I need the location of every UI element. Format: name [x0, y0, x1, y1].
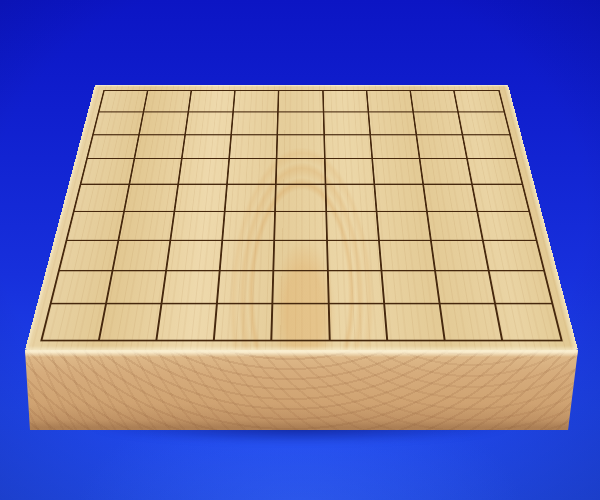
- board-cell: [327, 212, 380, 241]
- board-cell: [455, 91, 504, 113]
- board-cell: [88, 135, 140, 159]
- board-cell: [436, 272, 496, 305]
- board-cell: [221, 241, 276, 272]
- board-cell: [189, 91, 236, 113]
- board-cell: [130, 159, 182, 185]
- board-cell: [440, 305, 502, 340]
- board-cell: [179, 159, 230, 185]
- board-cell: [228, 159, 278, 185]
- board-cell: [275, 241, 329, 272]
- board-cell: [135, 135, 186, 159]
- board-cell: [323, 91, 369, 113]
- board-cell: [411, 91, 459, 113]
- board-cell: [144, 91, 192, 113]
- board-cell: [490, 272, 552, 305]
- board-cell: [226, 185, 277, 212]
- board-cell: [43, 305, 107, 340]
- board-cell: [367, 91, 414, 113]
- board-cell: [428, 212, 484, 241]
- board-cell: [279, 91, 324, 113]
- board-cell: [81, 159, 135, 185]
- board-cell: [158, 305, 218, 340]
- board-cell: [375, 185, 428, 212]
- board-cell: [277, 159, 326, 185]
- board-cell: [125, 185, 179, 212]
- board-cell: [274, 272, 330, 305]
- studio-backdrop: [0, 0, 600, 500]
- board-cell: [325, 135, 373, 159]
- board-grid: [40, 90, 563, 342]
- board-cell: [484, 241, 544, 272]
- board-cell: [60, 241, 120, 272]
- board-cell: [230, 135, 278, 159]
- board-cell: [496, 305, 560, 340]
- board-cell: [380, 241, 436, 272]
- board-cell: [273, 305, 331, 340]
- board-cell: [215, 305, 274, 340]
- board-cell: [94, 112, 145, 135]
- board-cell: [186, 112, 234, 135]
- board-cell: [175, 185, 228, 212]
- board-cell: [51, 272, 113, 305]
- board-cell: [275, 212, 327, 241]
- board-cell: [167, 241, 223, 272]
- board-cell: [276, 185, 326, 212]
- board-cell: [424, 185, 478, 212]
- board-cell: [163, 272, 221, 305]
- board-cell: [278, 112, 324, 135]
- board-cell: [223, 212, 276, 241]
- board-cell: [371, 135, 421, 159]
- board-cell: [140, 112, 189, 135]
- board-cell: [183, 135, 233, 159]
- board-cell: [278, 135, 326, 159]
- board-cell: [326, 185, 377, 212]
- board-cell: [373, 159, 424, 185]
- board-cell: [324, 112, 371, 135]
- board-cell: [377, 212, 431, 241]
- board-cell: [385, 305, 445, 340]
- board-cell: [459, 112, 510, 135]
- board-cell: [468, 159, 522, 185]
- board-cell: [382, 272, 440, 305]
- board-cell: [329, 305, 388, 340]
- board-top-surface: [25, 85, 578, 350]
- board-cell: [478, 212, 536, 241]
- board-cell: [420, 159, 472, 185]
- board-cell: [473, 185, 529, 212]
- board-front-face: [0, 350, 600, 430]
- board-cell: [119, 212, 175, 241]
- board-cell: [113, 241, 171, 272]
- board-cell: [414, 112, 463, 135]
- board-cell: [232, 112, 279, 135]
- board-cell: [417, 135, 468, 159]
- board-cell: [325, 159, 375, 185]
- board-cell: [74, 185, 130, 212]
- board-cell: [218, 272, 274, 305]
- board-cell: [171, 212, 225, 241]
- board-cell: [67, 212, 125, 241]
- board-cell: [107, 272, 167, 305]
- board-cell: [432, 241, 490, 272]
- board-cell: [234, 91, 280, 113]
- board-cell: [328, 272, 384, 305]
- board-cell: [369, 112, 417, 135]
- board-cell: [99, 91, 148, 113]
- board-cell: [328, 241, 383, 272]
- board-cell: [100, 305, 162, 340]
- board-cell: [463, 135, 515, 159]
